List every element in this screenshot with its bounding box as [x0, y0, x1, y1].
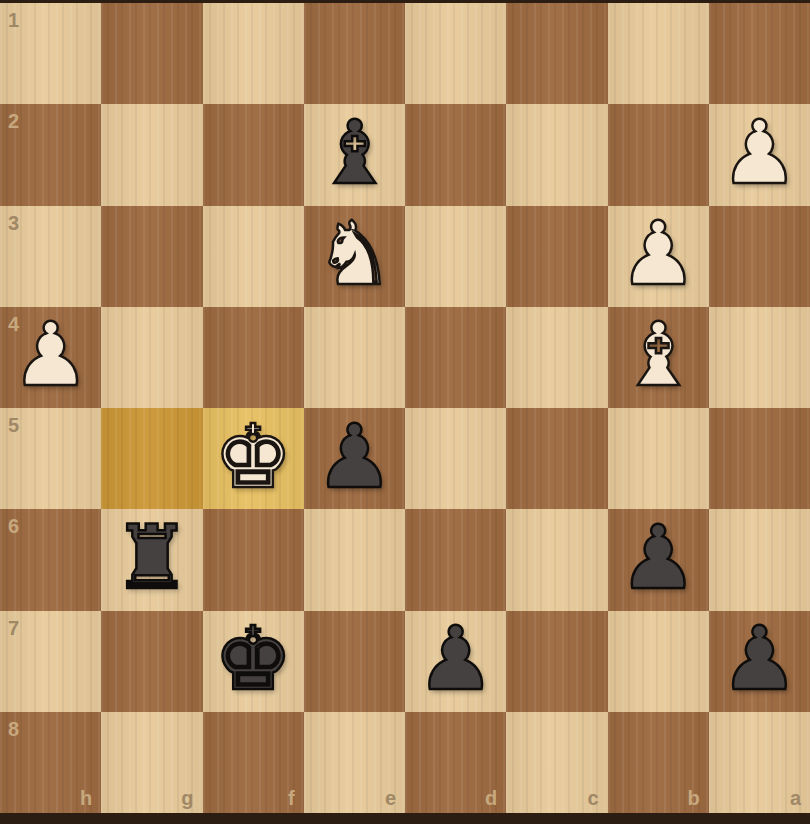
- square-f2[interactable]: [203, 104, 304, 205]
- square-f3[interactable]: [203, 206, 304, 307]
- square-e5[interactable]: ♟: [304, 408, 405, 509]
- square-b8[interactable]: b: [608, 712, 709, 813]
- square-f7[interactable]: ♚: [203, 611, 304, 712]
- black-pawn[interactable]: ♟: [405, 611, 506, 712]
- square-h7[interactable]: 7: [0, 611, 101, 712]
- rank-label-7: 7: [8, 618, 19, 638]
- rank-label-4: 4: [8, 314, 19, 334]
- square-g8[interactable]: g: [101, 712, 202, 813]
- square-a3[interactable]: [709, 206, 810, 307]
- square-c7[interactable]: [506, 611, 607, 712]
- black-pawn[interactable]: ♟: [304, 408, 405, 509]
- square-e8[interactable]: e: [304, 712, 405, 813]
- rank-label-2: 2: [8, 111, 19, 131]
- square-a4[interactable]: [709, 307, 810, 408]
- square-g1[interactable]: [101, 3, 202, 104]
- square-c8[interactable]: c: [506, 712, 607, 813]
- square-a7[interactable]: ♟: [709, 611, 810, 712]
- square-e7[interactable]: [304, 611, 405, 712]
- white-pawn[interactable]: ♟: [608, 206, 709, 307]
- square-f8[interactable]: f: [203, 712, 304, 813]
- white-king[interactable]: ♚: [203, 408, 304, 509]
- white-pawn[interactable]: ♟: [709, 104, 810, 205]
- square-c2[interactable]: [506, 104, 607, 205]
- square-c3[interactable]: [506, 206, 607, 307]
- file-label-e: e: [385, 788, 396, 808]
- black-bishop[interactable]: ♝: [304, 104, 405, 205]
- square-g3[interactable]: [101, 206, 202, 307]
- rank-label-6: 6: [8, 516, 19, 536]
- square-c1[interactable]: [506, 3, 607, 104]
- square-d6[interactable]: [405, 509, 506, 610]
- white-bishop[interactable]: ♝: [608, 307, 709, 408]
- rank-label-8: 8: [8, 719, 19, 739]
- square-h2[interactable]: 2: [0, 104, 101, 205]
- rank-label-5: 5: [8, 415, 19, 435]
- square-g7[interactable]: [101, 611, 202, 712]
- file-label-b: b: [688, 788, 700, 808]
- square-g5[interactable]: [101, 408, 202, 509]
- file-label-g: g: [181, 788, 193, 808]
- black-king[interactable]: ♚: [203, 611, 304, 712]
- square-g6[interactable]: ♜: [101, 509, 202, 610]
- square-b4[interactable]: ♝: [608, 307, 709, 408]
- square-b6[interactable]: ♟: [608, 509, 709, 610]
- file-label-f: f: [288, 788, 295, 808]
- square-b3[interactable]: ♟: [608, 206, 709, 307]
- square-a5[interactable]: [709, 408, 810, 509]
- black-pawn[interactable]: ♟: [608, 509, 709, 610]
- file-label-d: d: [485, 788, 497, 808]
- square-d4[interactable]: [405, 307, 506, 408]
- square-h4[interactable]: 4♟: [0, 307, 101, 408]
- rank-label-1: 1: [8, 10, 19, 30]
- rank-label-3: 3: [8, 213, 19, 233]
- file-label-c: c: [587, 788, 598, 808]
- square-d8[interactable]: d: [405, 712, 506, 813]
- square-g4[interactable]: [101, 307, 202, 408]
- square-a6[interactable]: [709, 509, 810, 610]
- square-c4[interactable]: [506, 307, 607, 408]
- square-d5[interactable]: [405, 408, 506, 509]
- chess-board: 12♝♟3♞♟4♟♝5♚♟6♜♟7♚♟♟8hgfedcba: [0, 3, 810, 813]
- square-c5[interactable]: [506, 408, 607, 509]
- square-h8[interactable]: 8h: [0, 712, 101, 813]
- square-e6[interactable]: [304, 509, 405, 610]
- square-a8[interactable]: a: [709, 712, 810, 813]
- square-f5[interactable]: ♚: [203, 408, 304, 509]
- black-rook[interactable]: ♜: [101, 509, 202, 610]
- square-d7[interactable]: ♟: [405, 611, 506, 712]
- square-b7[interactable]: [608, 611, 709, 712]
- square-d3[interactable]: [405, 206, 506, 307]
- square-g2[interactable]: [101, 104, 202, 205]
- square-e1[interactable]: [304, 3, 405, 104]
- square-h6[interactable]: 6: [0, 509, 101, 610]
- file-label-a: a: [790, 788, 801, 808]
- square-h5[interactable]: 5: [0, 408, 101, 509]
- file-label-h: h: [80, 788, 92, 808]
- square-d1[interactable]: [405, 3, 506, 104]
- square-a1[interactable]: [709, 3, 810, 104]
- square-b5[interactable]: [608, 408, 709, 509]
- white-knight[interactable]: ♞: [304, 206, 405, 307]
- square-e2[interactable]: ♝: [304, 104, 405, 205]
- square-h1[interactable]: 1: [0, 3, 101, 104]
- square-a2[interactable]: ♟: [709, 104, 810, 205]
- square-b2[interactable]: [608, 104, 709, 205]
- square-f4[interactable]: [203, 307, 304, 408]
- square-e4[interactable]: [304, 307, 405, 408]
- square-d2[interactable]: [405, 104, 506, 205]
- square-f6[interactable]: [203, 509, 304, 610]
- square-f1[interactable]: [203, 3, 304, 104]
- square-h3[interactable]: 3: [0, 206, 101, 307]
- square-e3[interactable]: ♞: [304, 206, 405, 307]
- square-b1[interactable]: [608, 3, 709, 104]
- square-c6[interactable]: [506, 509, 607, 610]
- black-pawn[interactable]: ♟: [709, 611, 810, 712]
